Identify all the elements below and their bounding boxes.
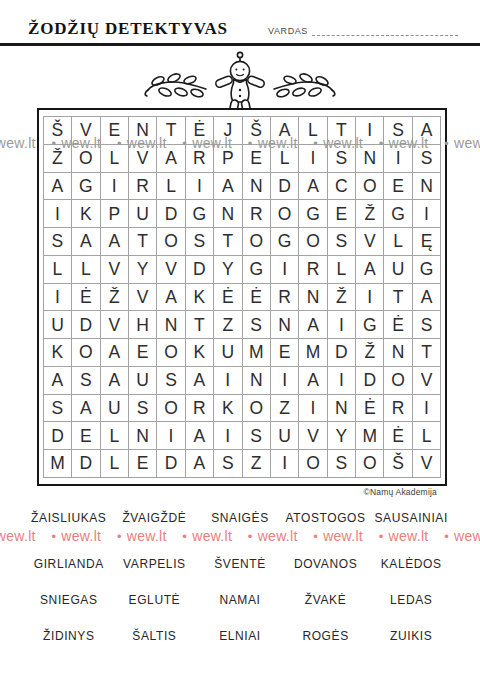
word-list: ŽAISLIUKASŽVAIGŽDĖSNAIGĖSATOSTOGOSSAUSAI… <box>26 510 454 644</box>
cell-r8c6[interactable]: T <box>185 310 213 338</box>
name-label: VARDAS <box>268 26 308 36</box>
gingerbread-man-icon <box>215 52 266 112</box>
cell-r10c13[interactable]: O <box>383 366 411 394</box>
word-list-row: ŽAISLIUKASŽVAIGŽDĖSNAIGĖSATOSTOGOSSAUSAI… <box>26 510 454 526</box>
cell-r5c11[interactable]: S <box>327 227 355 255</box>
word-list-row: ŽIDINYSŠALTISELNIAIROGĖSZUIKIS <box>26 628 454 644</box>
cell-r11c1[interactable]: S <box>43 394 71 422</box>
branch-right-icon <box>274 72 335 98</box>
word-zuikis[interactable]: ZUIKIS <box>368 628 454 644</box>
cell-r9c3[interactable]: A <box>100 338 128 366</box>
cell-r7c12[interactable]: I <box>355 283 383 311</box>
header-divider <box>0 43 480 46</box>
cell-r13c9[interactable]: I <box>270 449 298 477</box>
cell-r10c9[interactable]: I <box>270 366 298 394</box>
cell-r4c14[interactable]: I <box>412 199 440 227</box>
cell-r3c14[interactable]: N <box>412 172 440 200</box>
cell-r10c1[interactable]: A <box>43 366 71 394</box>
cell-r2c10[interactable]: I <box>298 144 326 172</box>
cell-r8c7[interactable]: Z <box>213 310 241 338</box>
word-židinys[interactable]: ŽIDINYS <box>26 628 112 644</box>
cell-r7c11[interactable]: Ž <box>327 283 355 311</box>
cell-r1c14[interactable]: A <box>412 116 440 144</box>
cell-r2c3[interactable]: L <box>100 144 128 172</box>
cell-r8c14[interactable]: S <box>412 310 440 338</box>
cell-r6c10[interactable]: R <box>298 255 326 283</box>
word-list-row: GIRLIANDAVARPELISŠVENTĖDOVANOSKALĖDOS <box>26 556 454 572</box>
cell-r12c12[interactable]: M <box>355 421 383 449</box>
cell-r8c9[interactable]: N <box>270 310 298 338</box>
cell-r2c2[interactable]: O <box>71 144 99 172</box>
cell-r10c4[interactable]: U <box>128 366 156 394</box>
letter-grid: ŠVENTĖJŠALTISAŽOLVARPELISNISAGIRLIANDACO… <box>43 116 441 478</box>
cell-r7c7[interactable]: Ė <box>213 283 241 311</box>
word-šventė[interactable]: ŠVENTĖ <box>197 556 283 572</box>
cell-r11c9[interactable]: Z <box>270 394 298 422</box>
cell-r9c5[interactable]: O <box>156 338 184 366</box>
cell-r5c4[interactable]: T <box>128 227 156 255</box>
watermark-item: •wew.lt <box>444 135 480 151</box>
word-dovanos[interactable]: DOVANOS <box>283 556 369 572</box>
cell-r6c4[interactable]: Y <box>128 255 156 283</box>
cell-r5c10[interactable]: O <box>298 227 326 255</box>
cell-r4c9[interactable]: O <box>270 199 298 227</box>
cell-r12c1[interactable]: D <box>43 421 71 449</box>
cell-r9c12[interactable]: Ž <box>355 338 383 366</box>
cell-r12c11[interactable]: Y <box>327 421 355 449</box>
cell-r1c8[interactable]: Š <box>242 116 270 144</box>
copyright-text: ©Namų Akademija <box>363 487 437 497</box>
cell-r4c7[interactable]: N <box>213 199 241 227</box>
cell-r13c5[interactable]: D <box>156 449 184 477</box>
cell-r3c4[interactable]: R <box>128 172 156 200</box>
cell-r9c2[interactable]: O <box>71 338 99 366</box>
word-žvakė[interactable]: ŽVAKĖ <box>283 592 369 608</box>
cell-r12c10[interactable]: V <box>298 421 326 449</box>
cell-r9c10[interactable]: M <box>298 338 326 366</box>
cell-r4c8[interactable]: R <box>242 199 270 227</box>
word-žvaigždė[interactable]: ŽVAIGŽDĖ <box>112 510 198 526</box>
cell-r13c2[interactable]: D <box>71 449 99 477</box>
cell-r12c7[interactable]: I <box>213 421 241 449</box>
cell-r5c9[interactable]: G <box>270 227 298 255</box>
cell-r13c4[interactable]: E <box>128 449 156 477</box>
cell-r3c13[interactable]: E <box>383 172 411 200</box>
cell-r10c11[interactable]: I <box>327 366 355 394</box>
cell-r7c13[interactable]: T <box>383 283 411 311</box>
cell-r2c8[interactable]: E <box>242 144 270 172</box>
wordsearch-board: ŠVENTĖJŠALTISAŽOLVARPELISNISAGIRLIANDACO… <box>37 108 447 486</box>
cell-r8c12[interactable]: G <box>355 310 383 338</box>
cell-r5c7[interactable]: T <box>213 227 241 255</box>
cell-r9c4[interactable]: E <box>128 338 156 366</box>
cell-r11c5[interactable]: O <box>156 394 184 422</box>
cell-r2c14[interactable]: S <box>412 144 440 172</box>
watermark-item: •wew.lt <box>0 135 36 151</box>
word-kalėdos[interactable]: KALĖDOS <box>368 556 454 572</box>
cell-r8c13[interactable]: Ė <box>383 310 411 338</box>
cell-r9c13[interactable]: N <box>383 338 411 366</box>
cell-r12c14[interactable]: L <box>412 421 440 449</box>
cell-r8c5[interactable]: N <box>156 310 184 338</box>
cell-r10c5[interactable]: S <box>156 366 184 394</box>
cell-r6c12[interactable]: A <box>355 255 383 283</box>
worksheet-page: ŽODŽIŲ DETEKTYVAS VARDAS <box>0 0 480 679</box>
cell-r5c3[interactable]: A <box>100 227 128 255</box>
cell-r1c2[interactable]: V <box>71 116 99 144</box>
cell-r3c3[interactable]: I <box>100 172 128 200</box>
cell-r13c6[interactable]: A <box>185 449 213 477</box>
cell-r8c2[interactable]: D <box>71 310 99 338</box>
word-šaltis[interactable]: ŠALTIS <box>112 628 198 644</box>
cell-r11c13[interactable]: R <box>383 394 411 422</box>
cell-r3c10[interactable]: A <box>298 172 326 200</box>
cell-r3c12[interactable]: O <box>355 172 383 200</box>
cell-r4c5[interactable]: D <box>156 199 184 227</box>
cell-r2c4[interactable]: V <box>128 144 156 172</box>
cell-r11c6[interactable]: R <box>185 394 213 422</box>
cell-r1c1[interactable]: Š <box>43 116 71 144</box>
cell-r4c13[interactable]: G <box>383 199 411 227</box>
cell-r2c6[interactable]: R <box>185 144 213 172</box>
cell-r4c11[interactable]: E <box>327 199 355 227</box>
page-title: ŽODŽIŲ DETEKTYVAS <box>28 19 228 39</box>
cell-r7c8[interactable]: Ė <box>242 283 270 311</box>
cell-r6c11[interactable]: L <box>327 255 355 283</box>
cell-r7c14[interactable]: A <box>412 283 440 311</box>
cell-r6c9[interactable]: I <box>270 255 298 283</box>
cell-r2c9[interactable]: L <box>270 144 298 172</box>
cell-r12c5[interactable]: I <box>156 421 184 449</box>
cell-r11c7[interactable]: K <box>213 394 241 422</box>
cell-r1c6[interactable]: Ė <box>185 116 213 144</box>
cell-r8c3[interactable]: V <box>100 310 128 338</box>
cell-r12c4[interactable]: N <box>128 421 156 449</box>
cell-r3c7[interactable]: A <box>213 172 241 200</box>
word-sniegas[interactable]: SNIEGAS <box>26 592 112 608</box>
cell-r3c8[interactable]: N <box>242 172 270 200</box>
word-atostogos[interactable]: ATOSTOGOS <box>283 510 369 526</box>
word-ledas[interactable]: LEDAS <box>368 592 454 608</box>
cell-r2c5[interactable]: A <box>156 144 184 172</box>
cell-r1c3[interactable]: E <box>100 116 128 144</box>
cell-r7c2[interactable]: Ė <box>71 283 99 311</box>
cell-r5c1[interactable]: S <box>43 227 71 255</box>
cell-r4c3[interactable]: P <box>100 199 128 227</box>
cell-r6c2[interactable]: L <box>71 255 99 283</box>
cell-r10c10[interactable]: A <box>298 366 326 394</box>
cell-r6c7[interactable]: Y <box>213 255 241 283</box>
cell-r8c4[interactable]: H <box>128 310 156 338</box>
cell-r9c14[interactable]: T <box>412 338 440 366</box>
word-elniai[interactable]: ELNIAI <box>197 628 283 644</box>
cell-r2c11[interactable]: S <box>327 144 355 172</box>
cell-r5c12[interactable]: V <box>355 227 383 255</box>
cell-r9c7[interactable]: U <box>213 338 241 366</box>
cell-r12c6[interactable]: A <box>185 421 213 449</box>
cell-r4c6[interactable]: G <box>185 199 213 227</box>
cell-r4c12[interactable]: Ž <box>355 199 383 227</box>
word-sausainiai[interactable]: SAUSAINIAI <box>368 510 454 526</box>
cell-r7c4[interactable]: V <box>128 283 156 311</box>
cell-r8c11[interactable]: I <box>327 310 355 338</box>
word-žaisliukas[interactable]: ŽAISLIUKAS <box>26 510 112 526</box>
cell-r4c4[interactable]: U <box>128 199 156 227</box>
word-eglutė[interactable]: EGLUTĖ <box>112 592 198 608</box>
cell-r4c2[interactable]: K <box>71 199 99 227</box>
cell-r5c5[interactable]: O <box>156 227 184 255</box>
cell-r10c12[interactable]: D <box>355 366 383 394</box>
cell-r6c13[interactable]: U <box>383 255 411 283</box>
name-field: VARDAS <box>268 26 458 36</box>
word-namai[interactable]: NAMAI <box>197 592 283 608</box>
branch-left-icon <box>145 72 206 98</box>
cell-r6c3[interactable]: V <box>100 255 128 283</box>
cell-r13c8[interactable]: Z <box>242 449 270 477</box>
cell-r2c7[interactable]: P <box>213 144 241 172</box>
cell-r3c11[interactable]: C <box>327 172 355 200</box>
cell-r11c3[interactable]: U <box>100 394 128 422</box>
cell-r12c13[interactable]: Ė <box>383 421 411 449</box>
word-rogės[interactable]: ROGĖS <box>283 628 369 644</box>
cell-r9c11[interactable]: D <box>327 338 355 366</box>
cell-r6c8[interactable]: G <box>242 255 270 283</box>
cell-r1c12[interactable]: I <box>355 116 383 144</box>
cell-r6c6[interactable]: D <box>185 255 213 283</box>
cell-r10c3[interactable]: A <box>100 366 128 394</box>
cell-r2c13[interactable]: I <box>383 144 411 172</box>
cell-r13c14[interactable]: V <box>412 449 440 477</box>
cell-r10c14[interactable]: V <box>412 366 440 394</box>
cell-r11c2[interactable]: A <box>71 394 99 422</box>
cell-r13c3[interactable]: L <box>100 449 128 477</box>
cell-r13c11[interactable]: S <box>327 449 355 477</box>
cell-r7c3[interactable]: Ž <box>100 283 128 311</box>
cell-r5c2[interactable]: A <box>71 227 99 255</box>
cell-r13c13[interactable]: Š <box>383 449 411 477</box>
cell-r8c8[interactable]: S <box>242 310 270 338</box>
cell-r1c10[interactable]: L <box>298 116 326 144</box>
cell-r3c6[interactable]: I <box>185 172 213 200</box>
cell-r12c3[interactable]: L <box>100 421 128 449</box>
cell-r1c13[interactable]: S <box>383 116 411 144</box>
word-girlianda[interactable]: GIRLIANDA <box>26 556 112 572</box>
cell-r1c9[interactable]: A <box>270 116 298 144</box>
cell-r4c10[interactable]: G <box>298 199 326 227</box>
cell-r3c1[interactable]: A <box>43 172 71 200</box>
cell-r7c6[interactable]: K <box>185 283 213 311</box>
cell-r3c2[interactable]: G <box>71 172 99 200</box>
word-snaigės[interactable]: SNAIGĖS <box>197 510 283 526</box>
cell-r13c7[interactable]: S <box>213 449 241 477</box>
cell-r5c6[interactable]: S <box>185 227 213 255</box>
cell-r6c14[interactable]: G <box>412 255 440 283</box>
cell-r2c1[interactable]: Ž <box>43 144 71 172</box>
cell-r11c11[interactable]: N <box>327 394 355 422</box>
cell-r1c5[interactable]: T <box>156 116 184 144</box>
cell-r4c1[interactable]: I <box>43 199 71 227</box>
cell-r10c7[interactable]: I <box>213 366 241 394</box>
cell-r7c9[interactable]: R <box>270 283 298 311</box>
cell-r11c10[interactable]: I <box>298 394 326 422</box>
cell-r9c9[interactable]: E <box>270 338 298 366</box>
cell-r5c13[interactable]: L <box>383 227 411 255</box>
cell-r11c8[interactable]: O <box>242 394 270 422</box>
gingerbread-decoration <box>138 50 342 116</box>
cell-r9c1[interactable]: K <box>43 338 71 366</box>
cell-r12c9[interactable]: U <box>270 421 298 449</box>
cell-r11c12[interactable]: Ė <box>355 394 383 422</box>
cell-r13c10[interactable]: O <box>298 449 326 477</box>
word-list-row: SNIEGASEGLUTĖNAMAIŽVAKĖLEDAS <box>26 592 454 608</box>
word-varpelis[interactable]: VARPELIS <box>112 556 198 572</box>
name-fill-line[interactable] <box>312 26 458 36</box>
cell-r8c1[interactable]: U <box>43 310 71 338</box>
cell-r2c12[interactable]: N <box>355 144 383 172</box>
cell-r12c8[interactable]: S <box>242 421 270 449</box>
cell-r13c1[interactable]: M <box>43 449 71 477</box>
cell-r1c4[interactable]: N <box>128 116 156 144</box>
cell-r10c8[interactable]: N <box>242 366 270 394</box>
cell-r7c1[interactable]: I <box>43 283 71 311</box>
cell-r11c4[interactable]: S <box>128 394 156 422</box>
cell-r10c2[interactable]: S <box>71 366 99 394</box>
cell-r11c14[interactable]: I <box>412 394 440 422</box>
cell-r7c10[interactable]: N <box>298 283 326 311</box>
cell-r3c9[interactable]: D <box>270 172 298 200</box>
cell-r6c1[interactable]: L <box>43 255 71 283</box>
cell-r10c6[interactable]: A <box>185 366 213 394</box>
cell-r9c6[interactable]: K <box>185 338 213 366</box>
cell-r8c10[interactable]: A <box>298 310 326 338</box>
cell-r9c8[interactable]: M <box>242 338 270 366</box>
cell-r1c7[interactable]: J <box>213 116 241 144</box>
cell-r6c5[interactable]: V <box>156 255 184 283</box>
cell-r13c12[interactable]: O <box>355 449 383 477</box>
cell-r1c11[interactable]: T <box>327 116 355 144</box>
gingerbread-icon <box>138 50 342 112</box>
cell-r7c5[interactable]: A <box>156 283 184 311</box>
cell-r5c14[interactable]: Ę <box>412 227 440 255</box>
cell-r12c2[interactable]: E <box>71 421 99 449</box>
cell-r3c5[interactable]: L <box>156 172 184 200</box>
cell-r5c8[interactable]: O <box>242 227 270 255</box>
